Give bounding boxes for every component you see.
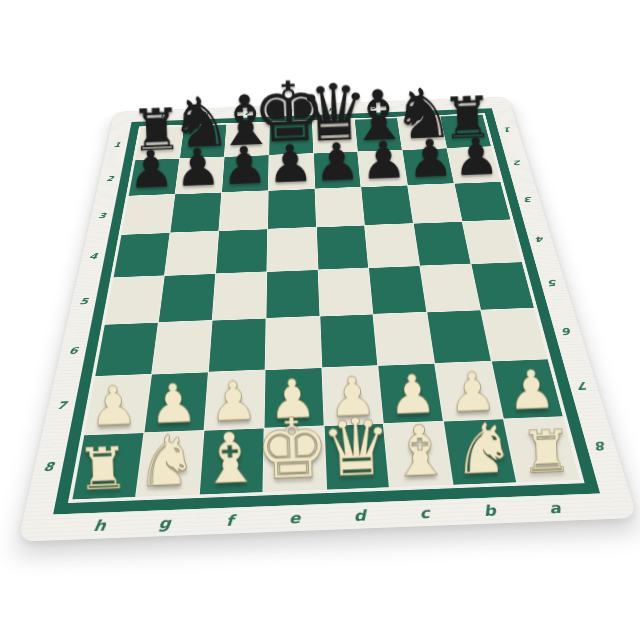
file-label-bottom-g: g [131,510,198,537]
product-photo: ♜♞♝♛♚♝♞♜♟♟♟♟♟♟♟♟♟♟♟♟♟♟♟♟♜♞♝♛♚♝♞♜ 1234567… [0,0,640,640]
board-tilt-wrapper: ♜♞♝♛♚♝♞♜♟♟♟♟♟♟♟♟♟♟♟♟♟♟♟♟♜♞♝♛♚♝♞♜ 1234567… [0,0,640,640]
file-label-bottom-e: e [262,505,328,532]
file-label-bottom-a: a [520,495,591,521]
cell-h2: ♟ [129,159,180,196]
file-label-bottom-b: b [455,497,524,524]
cell-h8: ♜ [72,432,144,499]
file-label-bottom-f: f [196,507,262,534]
file-label-bottom-d: d [327,502,394,529]
pieces-layer: ♜♞♝♛♚♝♞♜♟♟♟♟♟♟♟♟♟♟♟♟♟♟♟♟♜♞♝♛♚♝♞♜ [72,115,580,500]
rank-label-left-6: 6 [55,325,91,378]
piece-black-pawn-h2: ♟ [99,141,204,197]
file-label-bottom-h: h [65,512,134,539]
piece-white-rook-h8: ♜ [32,437,175,500]
file-label-bottom-c: c [391,500,459,527]
chess-mat: ♜♞♝♛♚♝♞♜♟♟♟♟♟♟♟♟♟♟♟♟♟♟♟♟♜♞♝♛♚♝♞♜ 1234567… [18,97,638,542]
